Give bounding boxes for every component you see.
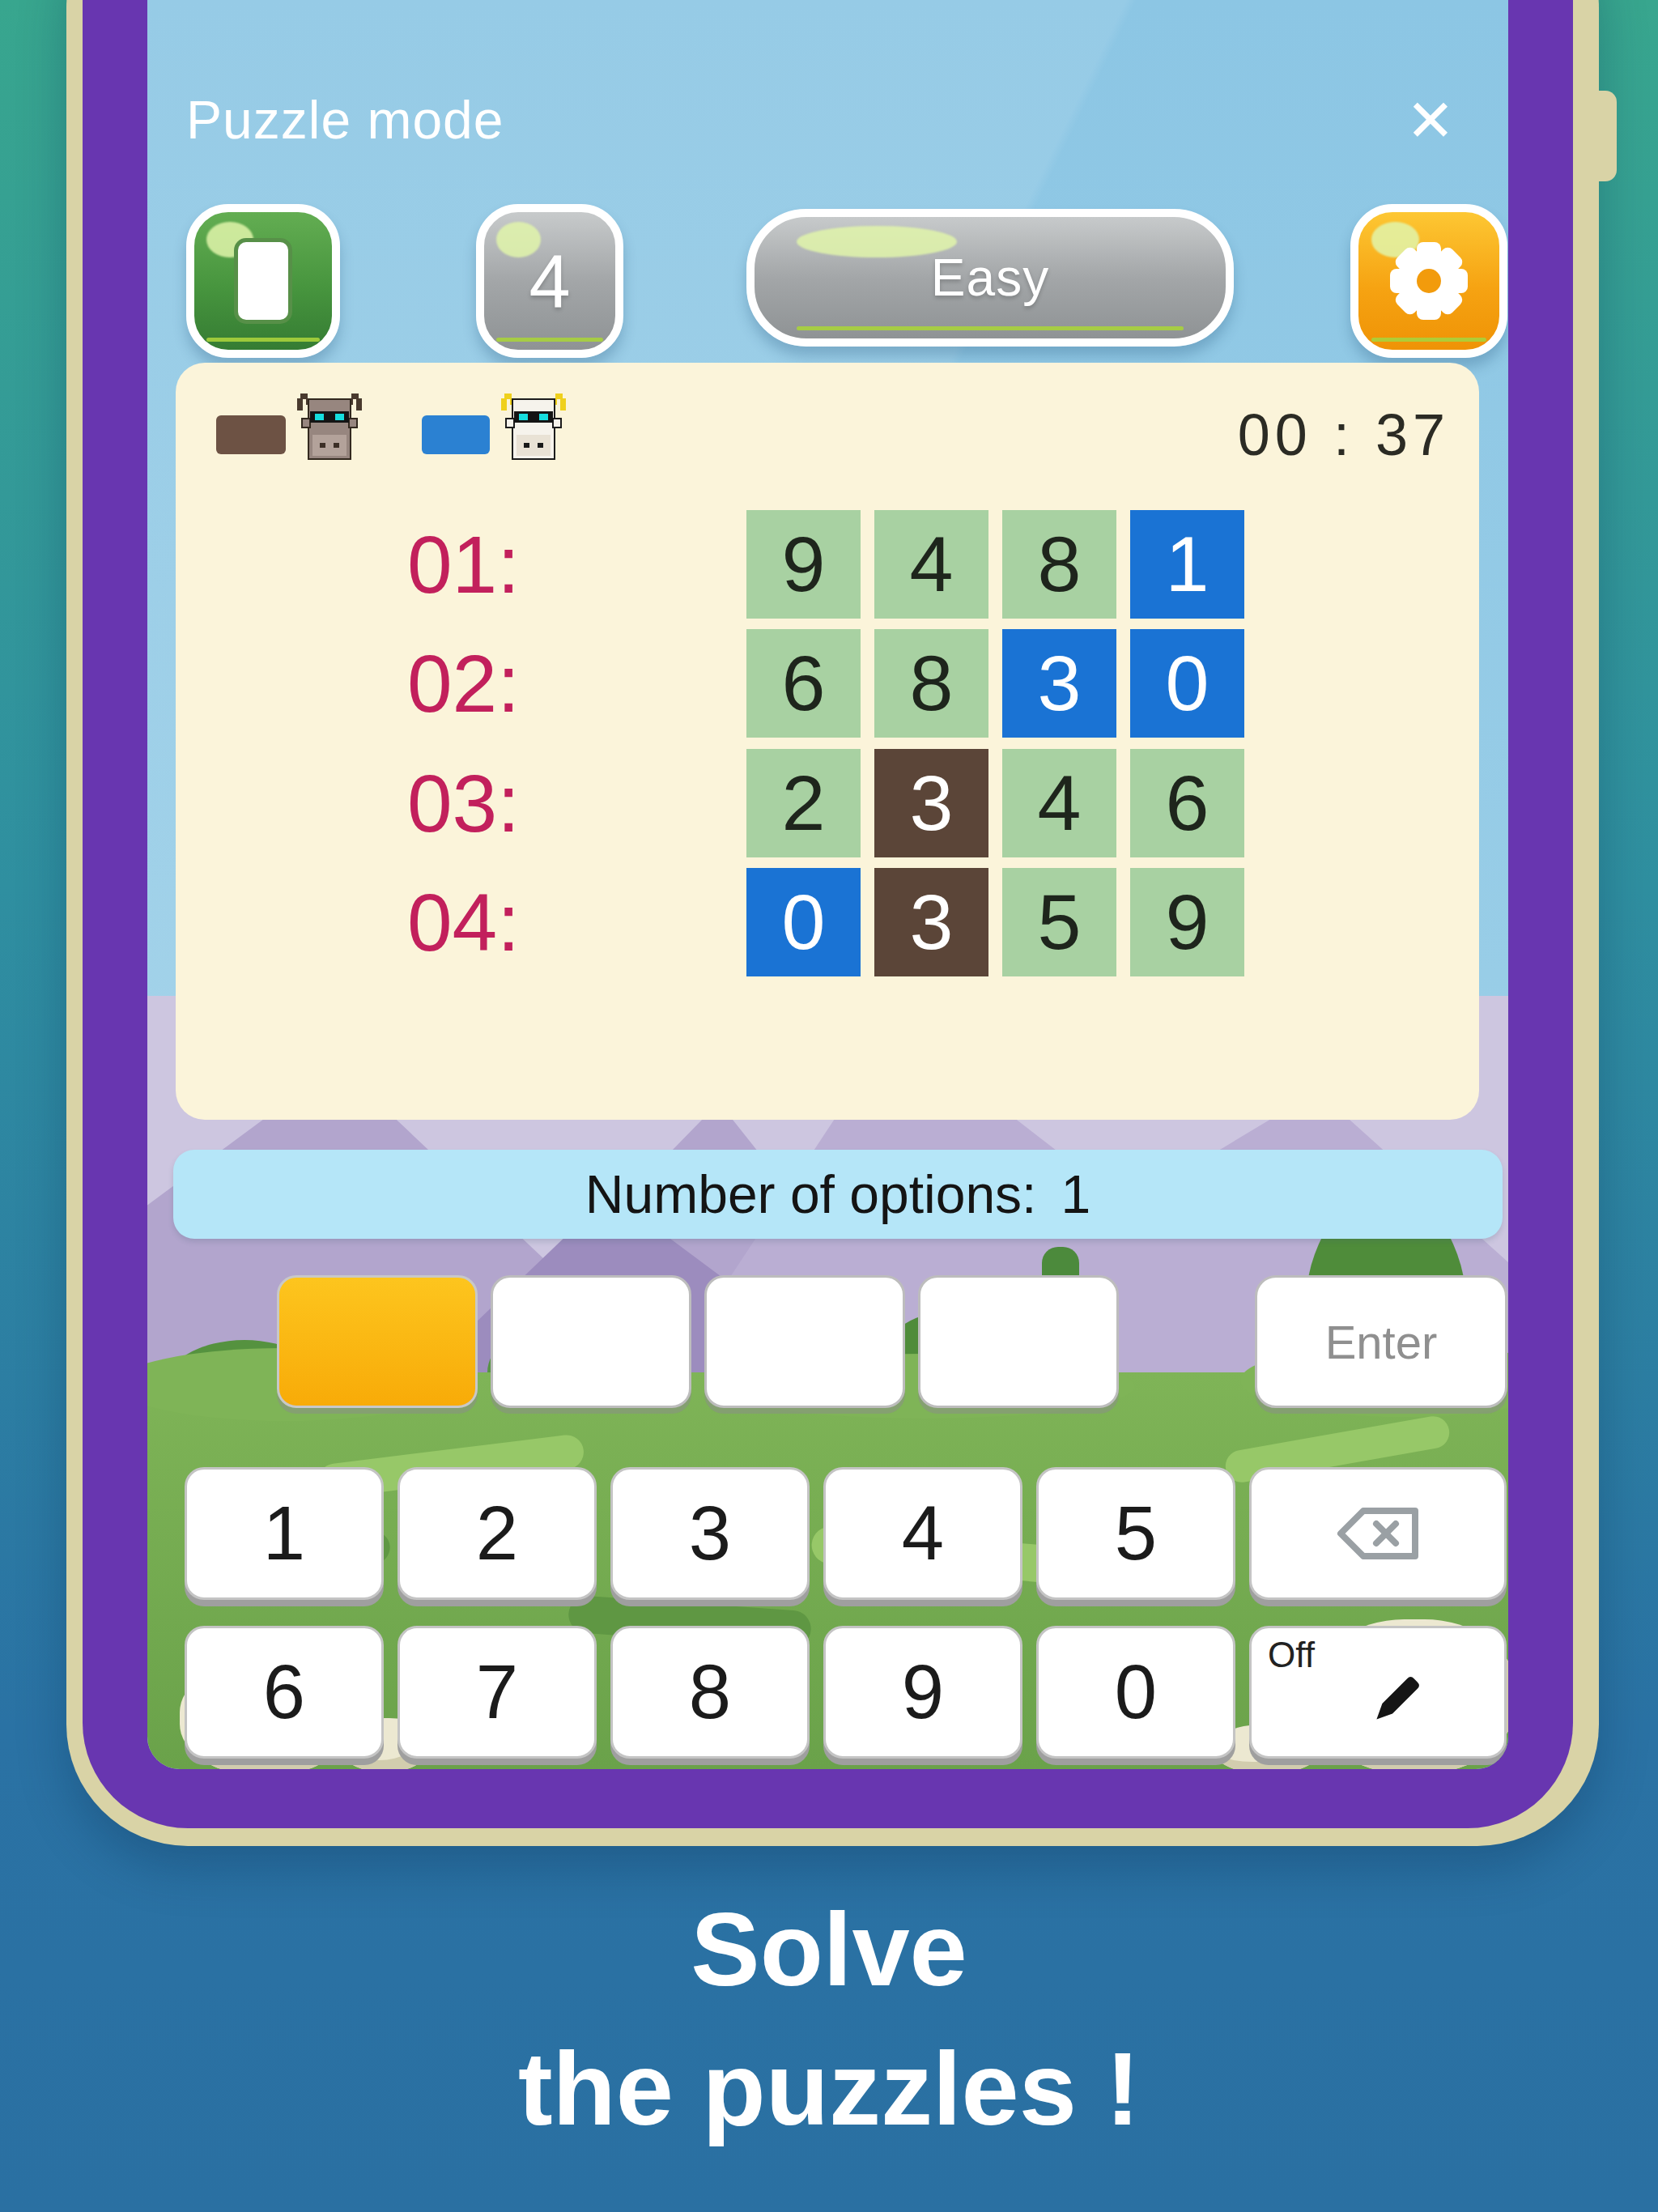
key-0[interactable]: 0 bbox=[1036, 1626, 1235, 1759]
guess-cell: 0 bbox=[746, 868, 861, 976]
guess-cell: 8 bbox=[1002, 510, 1116, 619]
key-5[interactable]: 5 bbox=[1036, 1467, 1235, 1600]
gear-icon bbox=[1390, 242, 1468, 320]
backspace-icon bbox=[1336, 1504, 1420, 1563]
app-screen: Puzzle mode ✕ 4 Easy bbox=[147, 0, 1508, 1769]
guess-cell: 2 bbox=[746, 749, 861, 857]
key-9[interactable]: 9 bbox=[823, 1626, 1022, 1759]
white-card-icon bbox=[238, 242, 288, 320]
pencil-mode-state: Off bbox=[1268, 1635, 1315, 1675]
guess-cell: 6 bbox=[746, 629, 861, 738]
entry-cell[interactable] bbox=[918, 1275, 1119, 1408]
guess-cell: 9 bbox=[746, 510, 861, 619]
cow-icon bbox=[498, 393, 569, 465]
guess-cell: 3 bbox=[1002, 629, 1116, 738]
guess-cell: 4 bbox=[874, 510, 988, 619]
guess-history-panel: 00 : 37 01: 02: 03: 04: 9 4 8 1 6 8 3 0 … bbox=[176, 363, 1479, 1120]
close-icon[interactable]: ✕ bbox=[1394, 84, 1467, 157]
guess-cell: 3 bbox=[874, 749, 988, 857]
options-count-label: Number of options: bbox=[585, 1163, 1037, 1225]
key-4[interactable]: 4 bbox=[823, 1467, 1022, 1600]
guess-cell: 4 bbox=[1002, 749, 1116, 857]
key-1[interactable]: 1 bbox=[185, 1467, 384, 1600]
guess-cell: 8 bbox=[874, 629, 988, 738]
guess-row-label: 04: bbox=[407, 878, 521, 967]
volume-button bbox=[1597, 91, 1617, 181]
pencil-mode-key[interactable]: Off bbox=[1249, 1626, 1507, 1759]
cow-color-swatch bbox=[422, 415, 490, 454]
key-2[interactable]: 2 bbox=[397, 1467, 597, 1600]
entry-cell[interactable] bbox=[704, 1275, 905, 1408]
difficulty-button[interactable]: Easy bbox=[746, 209, 1234, 347]
key-7[interactable]: 7 bbox=[397, 1626, 597, 1759]
backspace-key[interactable] bbox=[1249, 1467, 1507, 1600]
page-title: Puzzle mode bbox=[186, 91, 504, 149]
bull-color-swatch bbox=[216, 415, 286, 454]
digit-count-label: 4 bbox=[484, 212, 615, 350]
settings-button[interactable] bbox=[1350, 204, 1507, 358]
guess-row-label: 01: bbox=[407, 520, 521, 609]
guess-cell: 5 bbox=[1002, 868, 1116, 976]
entry-cell-active[interactable] bbox=[277, 1275, 478, 1408]
timer: 00 : 37 bbox=[1238, 402, 1450, 468]
entry-cell[interactable] bbox=[491, 1275, 691, 1408]
caption-line-1: Solve bbox=[0, 1893, 1658, 2006]
guess-cell: 9 bbox=[1130, 868, 1244, 976]
guess-cell: 3 bbox=[874, 868, 988, 976]
guess-row-label: 03: bbox=[407, 759, 521, 848]
guess-row-label: 02: bbox=[407, 639, 521, 728]
guess-cell: 1 bbox=[1130, 510, 1244, 619]
difficulty-label: Easy bbox=[755, 217, 1226, 338]
key-6[interactable]: 6 bbox=[185, 1626, 384, 1759]
bull-icon bbox=[294, 393, 365, 465]
guess-cell: 6 bbox=[1130, 749, 1244, 857]
options-count-bar: Number of options: 1 bbox=[173, 1150, 1503, 1239]
enter-button[interactable]: Enter bbox=[1255, 1275, 1507, 1408]
caption-line-2: the puzzles ! bbox=[0, 2032, 1658, 2146]
guess-cell: 0 bbox=[1130, 629, 1244, 738]
stop-round-button[interactable] bbox=[186, 204, 340, 358]
page-background: Solve the puzzles ! Puzzle mode ✕ bbox=[0, 0, 1658, 2212]
pencil-icon bbox=[1364, 1664, 1432, 1732]
key-8[interactable]: 8 bbox=[610, 1626, 810, 1759]
options-count-value: 1 bbox=[1061, 1163, 1090, 1225]
key-3[interactable]: 3 bbox=[610, 1467, 810, 1600]
digit-count-button[interactable]: 4 bbox=[476, 204, 623, 358]
